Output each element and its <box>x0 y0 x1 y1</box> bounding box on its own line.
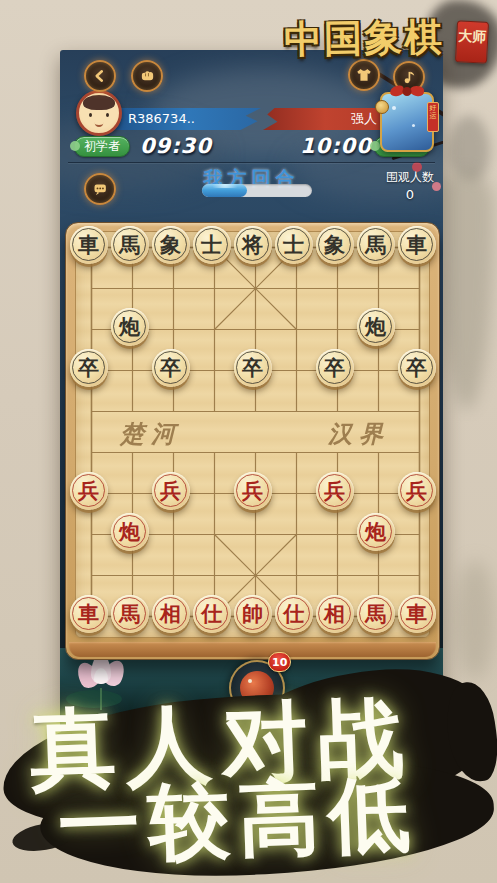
lucky-tag: 好运 <box>427 102 439 132</box>
piece-glyph: 相 <box>324 603 345 624</box>
fist-icon <box>136 65 158 87</box>
piece-red-仕[interactable]: 仕 <box>275 595 313 633</box>
piece-black-車[interactable]: 車 <box>398 226 436 264</box>
piece-red-帥[interactable]: 帥 <box>234 595 272 633</box>
piece-black-馬[interactable]: 馬 <box>357 226 395 264</box>
avatar-hair <box>83 95 115 110</box>
promo-banner: 真人对战 一较高低 <box>0 676 497 883</box>
avatar-mouth <box>95 120 104 127</box>
piece-glyph: 兵 <box>242 480 263 501</box>
piece-red-炮[interactable]: 炮 <box>111 513 149 551</box>
piece-red-相[interactable]: 相 <box>152 595 190 633</box>
piece-glyph: 卒 <box>78 357 99 378</box>
piece-red-相[interactable]: 相 <box>316 595 354 633</box>
opponent-avatar[interactable]: 好运 <box>380 92 434 152</box>
chat-button[interactable] <box>84 173 116 205</box>
piece-red-仕[interactable]: 仕 <box>193 595 231 633</box>
piece-glyph: 兵 <box>160 480 181 501</box>
avatar-eye <box>106 113 109 117</box>
piece-red-車[interactable]: 車 <box>398 595 436 633</box>
ink-figure-body <box>440 170 494 410</box>
chat-bubble-icon <box>89 178 111 200</box>
piece-glyph: 兵 <box>406 480 427 501</box>
piece-glyph: 馬 <box>365 234 386 255</box>
piece-black-卒[interactable]: 卒 <box>316 349 354 387</box>
piece-glyph: 士 <box>283 234 304 255</box>
app-title: 中国象棋 <box>284 11 463 65</box>
avatar-eye <box>89 113 92 117</box>
back-button[interactable] <box>84 60 116 92</box>
fist-button[interactable] <box>131 60 163 92</box>
game-screen: R386734.. 强人 好运 初学者 09:30 10:00 初学者 <box>60 50 443 732</box>
piece-glyph: 仕 <box>283 603 304 624</box>
bell-icon <box>375 100 389 114</box>
piece-grid: 車馬象士将士象馬車炮炮卒卒卒卒卒兵兵兵兵兵炮炮車馬相仕帥仕相馬車 <box>68 224 437 634</box>
piece-black-士[interactable]: 士 <box>275 226 313 264</box>
my-avatar[interactable] <box>76 90 122 136</box>
piece-glyph: 炮 <box>119 316 140 337</box>
piece-glyph: 馬 <box>119 603 140 624</box>
piece-glyph: 馬 <box>119 234 140 255</box>
back-chevron-icon <box>89 65 111 87</box>
piece-glyph: 炮 <box>365 521 386 542</box>
my-timer: 09:30 <box>140 134 212 158</box>
piece-glyph: 卒 <box>406 357 427 378</box>
bow-knot <box>403 87 412 96</box>
my-rank-badge: 初学者 <box>74 136 130 157</box>
piece-black-士[interactable]: 士 <box>193 226 231 264</box>
piece-red-兵[interactable]: 兵 <box>152 472 190 510</box>
piece-black-炮[interactable]: 炮 <box>111 308 149 346</box>
ink-wash <box>455 560 495 680</box>
page: R386734.. 强人 好运 初学者 09:30 10:00 初学者 <box>0 0 497 883</box>
piece-red-馬[interactable]: 馬 <box>111 595 149 633</box>
piece-black-将[interactable]: 将 <box>234 226 272 264</box>
piece-black-炮[interactable]: 炮 <box>357 308 395 346</box>
piece-glyph: 仕 <box>201 603 222 624</box>
piece-black-車[interactable]: 車 <box>70 226 108 264</box>
my-name: R386734.. <box>128 111 195 126</box>
piece-glyph: 炮 <box>119 521 140 542</box>
piece-glyph: 相 <box>160 603 181 624</box>
piece-red-車[interactable]: 車 <box>70 595 108 633</box>
turn-progress-fill <box>202 184 247 197</box>
piece-glyph: 帥 <box>242 603 263 624</box>
piece-red-兵[interactable]: 兵 <box>398 472 436 510</box>
piece-red-兵[interactable]: 兵 <box>316 472 354 510</box>
piece-black-卒[interactable]: 卒 <box>234 349 272 387</box>
notification-badge: 10 <box>268 652 291 672</box>
opponent-name: 强人 <box>351 111 377 126</box>
piece-black-卒[interactable]: 卒 <box>152 349 190 387</box>
piece-glyph: 車 <box>406 234 427 255</box>
shirt-icon <box>353 64 375 86</box>
piece-red-馬[interactable]: 馬 <box>357 595 395 633</box>
banner-line2: 一较高低 <box>56 760 420 882</box>
piece-glyph: 象 <box>324 234 345 255</box>
opponent-timer: 10:00 <box>300 134 372 158</box>
piece-glyph: 車 <box>78 234 99 255</box>
piece-glyph: 将 <box>242 234 263 255</box>
piece-black-象[interactable]: 象 <box>152 226 190 264</box>
piece-glyph: 兵 <box>78 480 99 501</box>
piece-glyph: 車 <box>78 603 99 624</box>
piece-red-兵[interactable]: 兵 <box>234 472 272 510</box>
piece-glyph: 士 <box>201 234 222 255</box>
piece-red-炮[interactable]: 炮 <box>357 513 395 551</box>
piece-black-象[interactable]: 象 <box>316 226 354 264</box>
piece-glyph: 卒 <box>160 357 181 378</box>
piece-glyph: 車 <box>406 603 427 624</box>
piece-black-馬[interactable]: 馬 <box>111 226 149 264</box>
my-rank-label: 初学者 <box>84 139 120 153</box>
piece-glyph: 卒 <box>324 357 345 378</box>
piece-red-兵[interactable]: 兵 <box>70 472 108 510</box>
piece-glyph: 象 <box>160 234 181 255</box>
sparkle <box>412 124 415 127</box>
piece-glyph: 馬 <box>365 603 386 624</box>
piece-black-卒[interactable]: 卒 <box>70 349 108 387</box>
turn-progress-bar <box>202 184 312 197</box>
master-seal: 大师 <box>455 20 489 64</box>
piece-glyph: 炮 <box>365 316 386 337</box>
spectators-label: 围观人数 <box>373 169 443 186</box>
sparkle <box>392 106 396 110</box>
divider <box>68 162 435 163</box>
piece-glyph: 卒 <box>242 357 263 378</box>
piece-glyph: 兵 <box>324 480 345 501</box>
spectators-count: 0 <box>373 187 443 202</box>
piece-black-卒[interactable]: 卒 <box>398 349 436 387</box>
